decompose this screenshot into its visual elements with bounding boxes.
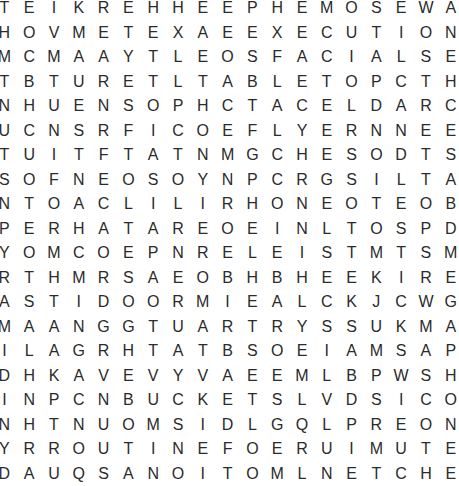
grid-cell-r16c9[interactable]: V (190, 364, 215, 389)
grid-cell-r13c18[interactable]: W (414, 290, 439, 315)
grid-cell-r15c8[interactable]: A (166, 339, 191, 364)
grid-cell-r7c16[interactable]: O (364, 143, 389, 168)
grid-cell-r1c1[interactable]: T (0, 0, 17, 21)
grid-cell-r15c13[interactable]: E (290, 339, 315, 364)
grid-cell-r4c5[interactable]: R (91, 70, 116, 95)
grid-cell-r6c8[interactable]: C (166, 119, 191, 144)
grid-cell-r2c7[interactable]: E (141, 21, 166, 46)
grid-cell-r5c17[interactable]: A (389, 94, 414, 119)
grid-cell-r13c5[interactable]: D (91, 290, 116, 315)
grid-cell-r4c13[interactable]: E (290, 70, 315, 95)
grid-cell-r14c16[interactable]: U (364, 315, 389, 340)
grid-cell-r16c12[interactable]: E (265, 364, 290, 389)
grid-cell-r3c14[interactable]: C (314, 45, 339, 70)
grid-cell-r12c6[interactable]: S (116, 266, 141, 291)
grid-cell-r4c7[interactable]: T (141, 70, 166, 95)
grid-cell-r9c3[interactable]: O (42, 192, 67, 217)
grid-cell-r17c10[interactable]: E (215, 388, 240, 413)
grid-cell-r4c15[interactable]: O (339, 70, 364, 95)
grid-cell-r5c5[interactable]: N (91, 94, 116, 119)
grid-cell-r10c15[interactable]: T (339, 217, 364, 242)
grid-cell-r16c11[interactable]: E (240, 364, 265, 389)
grid-cell-r9c13[interactable]: N (290, 192, 315, 217)
grid-cell-r15c9[interactable]: T (190, 339, 215, 364)
grid-cell-r5c11[interactable]: T (240, 94, 265, 119)
grid-cell-r10c6[interactable]: T (116, 217, 141, 242)
grid-cell-r11c9[interactable]: R (190, 241, 215, 266)
grid-cell-r6c17[interactable]: N (389, 119, 414, 144)
grid-cell-r16c2[interactable]: H (17, 364, 42, 389)
grid-cell-r11c10[interactable]: E (215, 241, 240, 266)
grid-cell-r18c15[interactable]: P (339, 413, 364, 438)
grid-cell-r1c18[interactable]: W (414, 0, 439, 21)
grid-cell-r19c16[interactable]: M (364, 437, 389, 462)
grid-cell-r12c11[interactable]: H (240, 266, 265, 291)
grid-cell-r18c19[interactable]: N (438, 413, 459, 438)
grid-cell-r7c17[interactable]: D (389, 143, 414, 168)
grid-cell-r18c7[interactable]: M (141, 413, 166, 438)
grid-cell-r7c1[interactable]: T (0, 143, 17, 168)
grid-cell-r6c14[interactable]: E (314, 119, 339, 144)
grid-cell-r20c5[interactable]: S (91, 462, 116, 486)
grid-cell-r14c6[interactable]: G (116, 315, 141, 340)
grid-cell-r1c7[interactable]: H (141, 0, 166, 21)
grid-cell-r15c19[interactable]: P (438, 339, 459, 364)
grid-cell-r6c4[interactable]: S (66, 119, 91, 144)
grid-cell-r9c16[interactable]: T (364, 192, 389, 217)
grid-cell-r3c6[interactable]: Y (116, 45, 141, 70)
grid-cell-r5c3[interactable]: U (42, 94, 67, 119)
grid-cell-r13c14[interactable]: C (314, 290, 339, 315)
grid-cell-r3c11[interactable]: S (240, 45, 265, 70)
grid-cell-r2c13[interactable]: E (290, 21, 315, 46)
grid-cell-r19c17[interactable]: U (389, 437, 414, 462)
grid-cell-r2c18[interactable]: O (414, 21, 439, 46)
grid-cell-r3c19[interactable]: E (438, 45, 459, 70)
grid-cell-r20c11[interactable]: O (240, 462, 265, 486)
grid-cell-r16c13[interactable]: M (290, 364, 315, 389)
grid-cell-r18c4[interactable]: N (66, 413, 91, 438)
grid-cell-r8c18[interactable]: T (414, 168, 439, 193)
grid-cell-r9c17[interactable]: E (389, 192, 414, 217)
grid-cell-r19c2[interactable]: R (17, 437, 42, 462)
grid-cell-r2c16[interactable]: T (364, 21, 389, 46)
grid-cell-r12c18[interactable]: R (414, 266, 439, 291)
grid-cell-r8c8[interactable]: O (166, 168, 191, 193)
grid-cell-r17c14[interactable]: V (314, 388, 339, 413)
grid-cell-r14c2[interactable]: A (17, 315, 42, 340)
grid-cell-r14c17[interactable]: K (389, 315, 414, 340)
grid-cell-r12c1[interactable]: R (0, 266, 17, 291)
grid-cell-r12c13[interactable]: H (290, 266, 315, 291)
grid-cell-r9c19[interactable]: B (438, 192, 459, 217)
grid-cell-r9c11[interactable]: H (240, 192, 265, 217)
grid-cell-r17c15[interactable]: D (339, 388, 364, 413)
grid-cell-r3c5[interactable]: A (91, 45, 116, 70)
grid-cell-r15c7[interactable]: T (141, 339, 166, 364)
grid-cell-r7c11[interactable]: G (240, 143, 265, 168)
grid-cell-r11c7[interactable]: P (141, 241, 166, 266)
grid-cell-r2c11[interactable]: E (240, 21, 265, 46)
grid-cell-r20c12[interactable]: M (265, 462, 290, 486)
grid-cell-r16c8[interactable]: Y (166, 364, 191, 389)
grid-cell-r13c16[interactable]: J (364, 290, 389, 315)
grid-cell-r12c5[interactable]: R (91, 266, 116, 291)
grid-cell-r10c7[interactable]: A (141, 217, 166, 242)
grid-cell-r19c1[interactable]: Y (0, 437, 17, 462)
grid-cell-r15c4[interactable]: G (66, 339, 91, 364)
grid-cell-r11c2[interactable]: O (17, 241, 42, 266)
grid-cell-r13c3[interactable]: T (42, 290, 67, 315)
grid-cell-r20c17[interactable]: C (389, 462, 414, 486)
grid-cell-r20c3[interactable]: U (42, 462, 67, 486)
grid-cell-r17c3[interactable]: P (42, 388, 67, 413)
grid-cell-r9c2[interactable]: T (17, 192, 42, 217)
grid-cell-r9c8[interactable]: L (166, 192, 191, 217)
grid-cell-r16c10[interactable]: A (215, 364, 240, 389)
grid-cell-r18c16[interactable]: R (364, 413, 389, 438)
grid-cell-r7c15[interactable]: S (339, 143, 364, 168)
grid-cell-r15c6[interactable]: H (116, 339, 141, 364)
grid-cell-r10c13[interactable]: N (290, 217, 315, 242)
grid-cell-r5c10[interactable]: C (215, 94, 240, 119)
grid-cell-r5c9[interactable]: H (190, 94, 215, 119)
grid-cell-r8c19[interactable]: A (438, 168, 459, 193)
grid-cell-r9c7[interactable]: I (141, 192, 166, 217)
grid-cell-r14c9[interactable]: A (190, 315, 215, 340)
grid-cell-r4c3[interactable]: T (42, 70, 67, 95)
grid-cell-r4c16[interactable]: P (364, 70, 389, 95)
grid-cell-r13c2[interactable]: S (17, 290, 42, 315)
grid-cell-r12c7[interactable]: A (141, 266, 166, 291)
grid-cell-r3c7[interactable]: T (141, 45, 166, 70)
grid-cell-r19c14[interactable]: U (314, 437, 339, 462)
grid-cell-r1c6[interactable]: E (116, 0, 141, 21)
grid-cell-r20c19[interactable]: E (438, 462, 459, 486)
grid-cell-r2c15[interactable]: U (339, 21, 364, 46)
grid-cell-r12c10[interactable]: B (215, 266, 240, 291)
grid-cell-r10c14[interactable]: L (314, 217, 339, 242)
grid-cell-r11c13[interactable]: I (290, 241, 315, 266)
grid-cell-r1c9[interactable]: E (190, 0, 215, 21)
grid-cell-r12c8[interactable]: E (166, 266, 191, 291)
grid-cell-r18c8[interactable]: S (166, 413, 191, 438)
grid-cell-r14c14[interactable]: S (314, 315, 339, 340)
grid-cell-r9c14[interactable]: E (314, 192, 339, 217)
grid-cell-r12c2[interactable]: T (17, 266, 42, 291)
grid-cell-r19c5[interactable]: U (91, 437, 116, 462)
grid-cell-r6c11[interactable]: F (240, 119, 265, 144)
grid-cell-r15c18[interactable]: A (414, 339, 439, 364)
grid-cell-r7c18[interactable]: T (414, 143, 439, 168)
grid-cell-r9c15[interactable]: O (339, 192, 364, 217)
grid-cell-r12c12[interactable]: B (265, 266, 290, 291)
grid-cell-r2c5[interactable]: E (91, 21, 116, 46)
grid-cell-r8c1[interactable]: S (0, 168, 17, 193)
grid-cell-r4c19[interactable]: H (438, 70, 459, 95)
grid-cell-r16c16[interactable]: P (364, 364, 389, 389)
grid-cell-r5c1[interactable]: N (0, 94, 17, 119)
grid-cell-r20c1[interactable]: D (0, 462, 17, 486)
grid-cell-r13c1[interactable]: A (0, 290, 17, 315)
grid-cell-r13c12[interactable]: A (265, 290, 290, 315)
grid-cell-r6c16[interactable]: N (364, 119, 389, 144)
grid-cell-r1c15[interactable]: O (339, 0, 364, 21)
grid-cell-r3c13[interactable]: A (290, 45, 315, 70)
grid-cell-r1c19[interactable]: A (438, 0, 459, 21)
grid-cell-r19c8[interactable]: N (166, 437, 191, 462)
grid-cell-r2c4[interactable]: M (66, 21, 91, 46)
grid-cell-r17c18[interactable]: C (414, 388, 439, 413)
grid-cell-r20c14[interactable]: N (314, 462, 339, 486)
grid-cell-r13c8[interactable]: R (166, 290, 191, 315)
grid-cell-r15c10[interactable]: B (215, 339, 240, 364)
grid-cell-r19c7[interactable]: I (141, 437, 166, 462)
grid-cell-r19c3[interactable]: R (42, 437, 67, 462)
grid-cell-r16c19[interactable]: H (438, 364, 459, 389)
grid-cell-r13c17[interactable]: C (389, 290, 414, 315)
grid-cell-r13c11[interactable]: E (240, 290, 265, 315)
grid-cell-r3c9[interactable]: E (190, 45, 215, 70)
grid-cell-r2c17[interactable]: I (389, 21, 414, 46)
grid-cell-r19c4[interactable]: O (66, 437, 91, 462)
grid-cell-r15c12[interactable]: O (265, 339, 290, 364)
grid-cell-r10c10[interactable]: O (215, 217, 240, 242)
grid-cell-r18c2[interactable]: H (17, 413, 42, 438)
grid-cell-r20c13[interactable]: L (290, 462, 315, 486)
grid-cell-r7c5[interactable]: F (91, 143, 116, 168)
grid-cell-r13c19[interactable]: G (438, 290, 459, 315)
grid-cell-r13c4[interactable]: I (66, 290, 91, 315)
grid-cell-r8c13[interactable]: R (290, 168, 315, 193)
grid-cell-r20c7[interactable]: N (141, 462, 166, 486)
grid-cell-r15c11[interactable]: S (240, 339, 265, 364)
grid-cell-r18c5[interactable]: U (91, 413, 116, 438)
grid-cell-r9c5[interactable]: C (91, 192, 116, 217)
grid-cell-r12c15[interactable]: E (339, 266, 364, 291)
grid-cell-r20c16[interactable]: T (364, 462, 389, 486)
grid-cell-r20c9[interactable]: I (190, 462, 215, 486)
grid-cell-r2c19[interactable]: N (438, 21, 459, 46)
grid-cell-r13c10[interactable]: I (215, 290, 240, 315)
grid-cell-r9c10[interactable]: R (215, 192, 240, 217)
grid-cell-r10c9[interactable]: E (190, 217, 215, 242)
grid-cell-r8c17[interactable]: L (389, 168, 414, 193)
grid-cell-r4c14[interactable]: T (314, 70, 339, 95)
grid-cell-r4c10[interactable]: A (215, 70, 240, 95)
grid-cell-r19c12[interactable]: E (265, 437, 290, 462)
grid-cell-r7c19[interactable]: S (438, 143, 459, 168)
grid-cell-r6c12[interactable]: L (265, 119, 290, 144)
grid-cell-r8c11[interactable]: P (240, 168, 265, 193)
grid-cell-r7c4[interactable]: T (66, 143, 91, 168)
grid-cell-r5c16[interactable]: D (364, 94, 389, 119)
grid-cell-r17c12[interactable]: S (265, 388, 290, 413)
grid-cell-r18c6[interactable]: O (116, 413, 141, 438)
grid-cell-r9c4[interactable]: A (66, 192, 91, 217)
grid-cell-r3c8[interactable]: L (166, 45, 191, 70)
grid-cell-r8c4[interactable]: N (66, 168, 91, 193)
grid-cell-r17c16[interactable]: S (364, 388, 389, 413)
grid-cell-r3c18[interactable]: S (414, 45, 439, 70)
grid-cell-r14c7[interactable]: T (141, 315, 166, 340)
grid-cell-r3c4[interactable]: A (66, 45, 91, 70)
grid-cell-r11c14[interactable]: S (314, 241, 339, 266)
grid-cell-r16c3[interactable]: K (42, 364, 67, 389)
grid-cell-r15c2[interactable]: L (17, 339, 42, 364)
grid-cell-r9c9[interactable]: I (190, 192, 215, 217)
grid-cell-r17c8[interactable]: C (166, 388, 191, 413)
grid-cell-r11c19[interactable]: M (438, 241, 459, 266)
grid-cell-r2c12[interactable]: X (265, 21, 290, 46)
grid-cell-r5c8[interactable]: P (166, 94, 191, 119)
grid-cell-r20c15[interactable]: E (339, 462, 364, 486)
grid-cell-r3c2[interactable]: C (17, 45, 42, 70)
grid-cell-r9c1[interactable]: N (0, 192, 17, 217)
grid-cell-r8c14[interactable]: G (314, 168, 339, 193)
grid-cell-r3c1[interactable]: M (0, 45, 17, 70)
grid-cell-r16c7[interactable]: V (141, 364, 166, 389)
grid-cell-r7c10[interactable]: M (215, 143, 240, 168)
grid-cell-r13c15[interactable]: K (339, 290, 364, 315)
grid-cell-r4c11[interactable]: B (240, 70, 265, 95)
grid-cell-r16c14[interactable]: L (314, 364, 339, 389)
grid-cell-r14c10[interactable]: R (215, 315, 240, 340)
grid-cell-r1c12[interactable]: H (265, 0, 290, 21)
grid-cell-r19c6[interactable]: T (116, 437, 141, 462)
grid-cell-r11c4[interactable]: C (66, 241, 91, 266)
grid-cell-r19c10[interactable]: F (215, 437, 240, 462)
grid-cell-r10c2[interactable]: E (17, 217, 42, 242)
grid-cell-r6c5[interactable]: R (91, 119, 116, 144)
grid-cell-r5c19[interactable]: C (438, 94, 459, 119)
grid-cell-r3c12[interactable]: F (265, 45, 290, 70)
grid-cell-r13c6[interactable]: O (116, 290, 141, 315)
grid-cell-r20c8[interactable]: O (166, 462, 191, 486)
grid-cell-r2c1[interactable]: H (0, 21, 17, 46)
grid-cell-r2c9[interactable]: A (190, 21, 215, 46)
grid-cell-r17c6[interactable]: B (116, 388, 141, 413)
grid-cell-r4c12[interactable]: L (265, 70, 290, 95)
grid-cell-r1c4[interactable]: K (66, 0, 91, 21)
grid-cell-r16c5[interactable]: V (91, 364, 116, 389)
grid-cell-r18c9[interactable]: I (190, 413, 215, 438)
grid-cell-r17c4[interactable]: C (66, 388, 91, 413)
grid-cell-r12c3[interactable]: H (42, 266, 67, 291)
grid-cell-r18c17[interactable]: E (389, 413, 414, 438)
grid-cell-r7c3[interactable]: I (42, 143, 67, 168)
grid-cell-r7c8[interactable]: T (166, 143, 191, 168)
grid-cell-r9c18[interactable]: O (414, 192, 439, 217)
grid-cell-r12c14[interactable]: E (314, 266, 339, 291)
grid-cell-r19c18[interactable]: T (414, 437, 439, 462)
grid-cell-r6c10[interactable]: E (215, 119, 240, 144)
grid-cell-r1c10[interactable]: E (215, 0, 240, 21)
grid-cell-r16c18[interactable]: S (414, 364, 439, 389)
grid-cell-r19c9[interactable]: E (190, 437, 215, 462)
grid-cell-r6c3[interactable]: N (42, 119, 67, 144)
grid-cell-r3c15[interactable]: I (339, 45, 364, 70)
grid-cell-r1c2[interactable]: E (17, 0, 42, 21)
grid-cell-r8c15[interactable]: S (339, 168, 364, 193)
grid-cell-r5c18[interactable]: R (414, 94, 439, 119)
grid-cell-r14c1[interactable]: M (0, 315, 17, 340)
grid-cell-r17c1[interactable]: I (0, 388, 17, 413)
grid-cell-r17c11[interactable]: T (240, 388, 265, 413)
grid-cell-r7c6[interactable]: T (116, 143, 141, 168)
grid-cell-r11c3[interactable]: M (42, 241, 67, 266)
grid-cell-r12c19[interactable]: E (438, 266, 459, 291)
grid-cell-r2c14[interactable]: C (314, 21, 339, 46)
grid-cell-r14c8[interactable]: U (166, 315, 191, 340)
grid-cell-r8c9[interactable]: Y (190, 168, 215, 193)
grid-cell-r10c1[interactable]: P (0, 217, 17, 242)
grid-cell-r3c3[interactable]: M (42, 45, 67, 70)
grid-cell-r3c10[interactable]: O (215, 45, 240, 70)
grid-cell-r6c13[interactable]: Y (290, 119, 315, 144)
grid-cell-r8c5[interactable]: E (91, 168, 116, 193)
grid-cell-r17c19[interactable]: O (438, 388, 459, 413)
grid-cell-r3c16[interactable]: A (364, 45, 389, 70)
grid-cell-r16c6[interactable]: E (116, 364, 141, 389)
grid-cell-r8c16[interactable]: I (364, 168, 389, 193)
grid-cell-r7c2[interactable]: U (17, 143, 42, 168)
grid-cell-r15c5[interactable]: R (91, 339, 116, 364)
grid-cell-r11c15[interactable]: T (339, 241, 364, 266)
grid-cell-r4c9[interactable]: T (190, 70, 215, 95)
grid-cell-r11c18[interactable]: S (414, 241, 439, 266)
grid-cell-r11c1[interactable]: Y (0, 241, 17, 266)
grid-cell-r6c1[interactable]: U (0, 119, 17, 144)
grid-cell-r8c10[interactable]: N (215, 168, 240, 193)
grid-cell-r17c17[interactable]: I (389, 388, 414, 413)
grid-cell-r16c15[interactable]: B (339, 364, 364, 389)
grid-cell-r18c3[interactable]: T (42, 413, 67, 438)
grid-cell-r6c9[interactable]: O (190, 119, 215, 144)
grid-cell-r19c15[interactable]: I (339, 437, 364, 462)
grid-cell-r7c9[interactable]: N (190, 143, 215, 168)
grid-cell-r13c13[interactable]: L (290, 290, 315, 315)
grid-cell-r7c7[interactable]: A (141, 143, 166, 168)
grid-cell-r4c1[interactable]: T (0, 70, 17, 95)
grid-cell-r18c11[interactable]: L (240, 413, 265, 438)
grid-cell-r2c8[interactable]: X (166, 21, 191, 46)
grid-cell-r2c6[interactable]: T (116, 21, 141, 46)
grid-cell-r6c15[interactable]: R (339, 119, 364, 144)
grid-cell-r6c6[interactable]: F (116, 119, 141, 144)
grid-cell-r18c12[interactable]: G (265, 413, 290, 438)
grid-cell-r1c5[interactable]: R (91, 0, 116, 21)
grid-cell-r16c17[interactable]: W (389, 364, 414, 389)
grid-cell-r16c1[interactable]: D (0, 364, 17, 389)
grid-cell-r20c6[interactable]: A (116, 462, 141, 486)
grid-cell-r1c13[interactable]: E (290, 0, 315, 21)
grid-cell-r5c15[interactable]: L (339, 94, 364, 119)
grid-cell-r17c7[interactable]: U (141, 388, 166, 413)
grid-cell-r10c5[interactable]: A (91, 217, 116, 242)
grid-cell-r18c14[interactable]: L (314, 413, 339, 438)
grid-cell-r5c13[interactable]: C (290, 94, 315, 119)
grid-cell-r5c4[interactable]: E (66, 94, 91, 119)
grid-cell-r6c7[interactable]: I (141, 119, 166, 144)
grid-cell-r12c9[interactable]: O (190, 266, 215, 291)
grid-cell-r2c2[interactable]: O (17, 21, 42, 46)
grid-cell-r19c11[interactable]: O (240, 437, 265, 462)
grid-cell-r18c10[interactable]: D (215, 413, 240, 438)
grid-cell-r7c14[interactable]: E (314, 143, 339, 168)
grid-cell-r10c4[interactable]: H (66, 217, 91, 242)
grid-cell-r9c12[interactable]: O (265, 192, 290, 217)
